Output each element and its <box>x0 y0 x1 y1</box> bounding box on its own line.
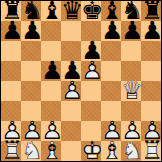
piece-white-king[interactable]: ♚♔ <box>81 141 101 161</box>
black-pawn-icon: ♟ <box>101 21 121 41</box>
piece-black-pawn[interactable]: ♟ <box>141 21 161 41</box>
white-queen-outline-icon: ♕ <box>121 81 141 101</box>
piece-white-pawn[interactable]: ♟♙ <box>61 81 81 101</box>
square-g7[interactable]: ♟ <box>121 21 141 41</box>
piece-black-knight[interactable]: ♞ <box>21 1 41 21</box>
square-d2[interactable] <box>61 121 81 141</box>
white-rook-icon: ♜ <box>1 141 21 161</box>
square-a7[interactable]: ♟ <box>1 21 21 41</box>
white-knight-icon: ♞ <box>121 141 141 161</box>
piece-white-pawn[interactable]: ♟♙ <box>41 121 61 141</box>
piece-black-king[interactable]: ♚ <box>81 1 101 21</box>
square-e6[interactable]: ♟ <box>81 41 101 61</box>
square-b6[interactable] <box>21 41 41 61</box>
white-pawn-icon: ♟ <box>1 121 21 141</box>
square-e2[interactable] <box>81 121 101 141</box>
piece-white-queen[interactable]: ♛♕ <box>121 81 141 101</box>
square-b3[interactable] <box>21 101 41 121</box>
square-b5[interactable] <box>21 61 41 81</box>
square-d3[interactable] <box>61 101 81 121</box>
square-h8[interactable]: ♜ <box>141 1 161 21</box>
square-f6[interactable] <box>101 41 121 61</box>
square-e1[interactable]: ♚♔ <box>81 141 101 161</box>
white-pawn-icon: ♟ <box>21 121 41 141</box>
white-pawn-icon: ♟ <box>41 121 61 141</box>
piece-white-pawn[interactable]: ♟♙ <box>1 121 21 141</box>
white-pawn-outline-icon: ♙ <box>21 121 41 141</box>
piece-black-queen[interactable]: ♛ <box>61 1 81 21</box>
piece-black-pawn[interactable]: ♟ <box>41 61 61 81</box>
piece-white-pawn[interactable]: ♟♙ <box>141 121 161 141</box>
chess-board: ♜♞♝♛♚♝♞♜♟♟♟♟♟♟♟♟♟♙♟♙♛♕♟♙♟♙♟♙♟♙♟♙♟♙♜♖♞♘♝♗… <box>0 0 162 162</box>
black-knight-icon: ♞ <box>21 1 41 21</box>
square-a5[interactable] <box>1 61 21 81</box>
square-g1[interactable]: ♞♘ <box>121 141 141 161</box>
white-pawn-icon: ♟ <box>81 61 101 81</box>
piece-black-pawn[interactable]: ♟ <box>121 21 141 41</box>
piece-white-knight[interactable]: ♞♘ <box>21 141 41 161</box>
square-e3[interactable] <box>81 101 101 121</box>
white-bishop-icon: ♝ <box>101 141 121 161</box>
white-king-icon: ♚ <box>81 141 101 161</box>
square-b7[interactable]: ♟ <box>21 21 41 41</box>
piece-white-knight[interactable]: ♞♘ <box>121 141 141 161</box>
piece-black-bishop[interactable]: ♝ <box>41 1 61 21</box>
square-f3[interactable] <box>101 101 121 121</box>
square-a2[interactable]: ♟♙ <box>1 121 21 141</box>
square-g3[interactable] <box>121 101 141 121</box>
square-f4[interactable] <box>101 81 121 101</box>
square-d1[interactable] <box>61 141 81 161</box>
square-b2[interactable]: ♟♙ <box>21 121 41 141</box>
piece-black-rook[interactable]: ♜ <box>1 1 21 21</box>
square-f1[interactable]: ♝♗ <box>101 141 121 161</box>
square-c7[interactable] <box>41 21 61 41</box>
black-pawn-icon: ♟ <box>41 61 61 81</box>
white-pawn-outline-icon: ♙ <box>61 81 81 101</box>
square-f7[interactable]: ♟ <box>101 21 121 41</box>
square-a4[interactable] <box>1 81 21 101</box>
square-a8[interactable]: ♜ <box>1 1 21 21</box>
square-e8[interactable]: ♚ <box>81 1 101 21</box>
square-d7[interactable] <box>61 21 81 41</box>
square-a1[interactable]: ♜♖ <box>1 141 21 161</box>
black-pawn-icon: ♟ <box>81 41 101 61</box>
square-b1[interactable]: ♞♘ <box>21 141 41 161</box>
black-pawn-icon: ♟ <box>141 21 161 41</box>
piece-black-pawn[interactable]: ♟ <box>1 21 21 41</box>
square-h1[interactable]: ♜♖ <box>141 141 161 161</box>
piece-white-pawn[interactable]: ♟♙ <box>101 121 121 141</box>
square-g2[interactable]: ♟♙ <box>121 121 141 141</box>
white-rook-outline-icon: ♖ <box>1 141 21 161</box>
black-bishop-icon: ♝ <box>41 1 61 21</box>
piece-black-pawn[interactable]: ♟ <box>81 41 101 61</box>
square-c4[interactable] <box>41 81 61 101</box>
piece-black-pawn[interactable]: ♟ <box>21 21 41 41</box>
white-pawn-icon: ♟ <box>101 121 121 141</box>
piece-white-pawn[interactable]: ♟♙ <box>81 61 101 81</box>
square-b8[interactable]: ♞ <box>21 1 41 21</box>
square-c5[interactable]: ♟ <box>41 61 61 81</box>
square-h5[interactable] <box>141 61 161 81</box>
piece-white-bishop[interactable]: ♝♗ <box>41 141 61 161</box>
piece-black-pawn[interactable]: ♟ <box>61 61 81 81</box>
black-pawn-icon: ♟ <box>61 61 81 81</box>
white-pawn-icon: ♟ <box>61 81 81 101</box>
white-pawn-icon: ♟ <box>121 121 141 141</box>
white-rook-icon: ♜ <box>141 141 161 161</box>
square-d5[interactable]: ♟ <box>61 61 81 81</box>
square-h6[interactable] <box>141 41 161 61</box>
white-queen-icon: ♛ <box>121 81 141 101</box>
white-pawn-outline-icon: ♙ <box>1 121 21 141</box>
square-a3[interactable] <box>1 101 21 121</box>
white-rook-outline-icon: ♖ <box>141 141 161 161</box>
square-f2[interactable]: ♟♙ <box>101 121 121 141</box>
black-king-icon: ♚ <box>81 1 101 21</box>
piece-black-pawn[interactable]: ♟ <box>101 21 121 41</box>
square-h3[interactable] <box>141 101 161 121</box>
white-knight-icon: ♞ <box>21 141 41 161</box>
square-e7[interactable] <box>81 21 101 41</box>
white-pawn-outline-icon: ♙ <box>81 61 101 81</box>
white-pawn-outline-icon: ♙ <box>101 121 121 141</box>
square-c2[interactable]: ♟♙ <box>41 121 61 141</box>
square-g6[interactable] <box>121 41 141 61</box>
square-e5[interactable]: ♟♙ <box>81 61 101 81</box>
piece-black-knight[interactable]: ♞ <box>121 1 141 21</box>
black-rook-icon: ♜ <box>141 1 161 21</box>
white-king-outline-icon: ♔ <box>81 141 101 161</box>
square-c8[interactable]: ♝ <box>41 1 61 21</box>
piece-white-rook[interactable]: ♜♖ <box>1 141 21 161</box>
white-pawn-outline-icon: ♙ <box>41 121 61 141</box>
square-c1[interactable]: ♝♗ <box>41 141 61 161</box>
piece-white-bishop[interactable]: ♝♗ <box>101 141 121 161</box>
black-pawn-icon: ♟ <box>1 21 21 41</box>
black-rook-icon: ♜ <box>1 1 21 21</box>
square-b4[interactable] <box>21 81 41 101</box>
white-bishop-outline-icon: ♗ <box>41 141 61 161</box>
square-h7[interactable]: ♟ <box>141 21 161 41</box>
square-h2[interactable]: ♟♙ <box>141 121 161 141</box>
square-g8[interactable]: ♞ <box>121 1 141 21</box>
black-bishop-icon: ♝ <box>101 1 121 21</box>
white-knight-outline-icon: ♘ <box>21 141 41 161</box>
square-c6[interactable] <box>41 41 61 61</box>
black-pawn-icon: ♟ <box>21 21 41 41</box>
piece-black-rook[interactable]: ♜ <box>141 1 161 21</box>
square-c3[interactable] <box>41 101 61 121</box>
black-queen-icon: ♛ <box>61 1 81 21</box>
piece-white-pawn[interactable]: ♟♙ <box>21 121 41 141</box>
square-e4[interactable] <box>81 81 101 101</box>
white-pawn-outline-icon: ♙ <box>121 121 141 141</box>
piece-black-bishop[interactable]: ♝ <box>101 1 121 21</box>
piece-white-rook[interactable]: ♜♖ <box>141 141 161 161</box>
square-g5[interactable] <box>121 61 141 81</box>
piece-white-pawn[interactable]: ♟♙ <box>121 121 141 141</box>
white-pawn-outline-icon: ♙ <box>141 121 161 141</box>
square-g4[interactable]: ♛♕ <box>121 81 141 101</box>
square-f8[interactable]: ♝ <box>101 1 121 21</box>
white-bishop-outline-icon: ♗ <box>101 141 121 161</box>
square-d4[interactable]: ♟♙ <box>61 81 81 101</box>
black-knight-icon: ♞ <box>121 1 141 21</box>
white-pawn-icon: ♟ <box>141 121 161 141</box>
white-bishop-icon: ♝ <box>41 141 61 161</box>
square-h4[interactable] <box>141 81 161 101</box>
square-f5[interactable] <box>101 61 121 81</box>
square-a6[interactable] <box>1 41 21 61</box>
black-pawn-icon: ♟ <box>121 21 141 41</box>
square-d6[interactable] <box>61 41 81 61</box>
white-knight-outline-icon: ♘ <box>121 141 141 161</box>
square-d8[interactable]: ♛ <box>61 1 81 21</box>
